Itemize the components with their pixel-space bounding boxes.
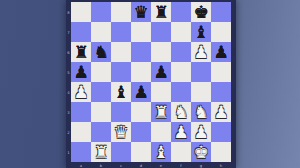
square-h8[interactable] xyxy=(211,2,231,22)
rank-label-2: 2 xyxy=(67,125,71,140)
square-c3[interactable] xyxy=(111,102,131,122)
square-b2[interactable] xyxy=(91,122,111,142)
square-h3[interactable]: ♟ xyxy=(211,102,231,122)
file-labels: abcdefgh xyxy=(71,162,231,168)
white-pawn[interactable]: ♟ xyxy=(191,42,211,62)
square-b6[interactable]: ♞ xyxy=(91,42,111,62)
square-a5[interactable]: ♟ xyxy=(71,62,91,82)
square-d5[interactable] xyxy=(131,62,151,82)
square-h4[interactable] xyxy=(211,82,231,102)
square-f2[interactable]: ♟ xyxy=(171,122,191,142)
square-e6[interactable] xyxy=(151,42,171,62)
square-e4[interactable] xyxy=(151,82,171,102)
white-knight[interactable]: ♞ xyxy=(191,102,211,122)
white-pawn[interactable]: ♟ xyxy=(191,122,211,142)
square-a1[interactable] xyxy=(71,142,91,162)
white-queen[interactable]: ♛ xyxy=(111,122,131,142)
square-f8[interactable] xyxy=(171,2,191,22)
square-a6[interactable]: ♜ xyxy=(71,42,91,62)
square-f1[interactable] xyxy=(171,142,191,162)
square-f6[interactable] xyxy=(171,42,191,62)
file-label-g: g xyxy=(194,163,209,168)
file-label-f: f xyxy=(174,163,189,168)
square-g5[interactable] xyxy=(191,62,211,82)
square-d2[interactable] xyxy=(131,122,151,142)
square-d4[interactable]: ♟ xyxy=(131,82,151,102)
black-bishop[interactable]: ♝ xyxy=(191,22,211,42)
square-c2[interactable]: ♛ xyxy=(111,122,131,142)
square-d1[interactable] xyxy=(131,142,151,162)
white-pawn[interactable]: ♟ xyxy=(71,82,91,102)
square-e2[interactable] xyxy=(151,122,171,142)
square-b1[interactable]: ♜ xyxy=(91,142,111,162)
black-rook[interactable]: ♜ xyxy=(151,2,171,22)
board-frame: 87654321 abcdefgh ♛♜♚♝♜♞♟♟♟♟♟♝♟♜♞♞♟♛♟♟♜♝… xyxy=(66,0,236,168)
square-f4[interactable] xyxy=(171,82,191,102)
square-b7[interactable] xyxy=(91,22,111,42)
square-d6[interactable] xyxy=(131,42,151,62)
square-a7[interactable] xyxy=(71,22,91,42)
square-b4[interactable] xyxy=(91,82,111,102)
square-b3[interactable] xyxy=(91,102,111,122)
square-g1[interactable]: ♚ xyxy=(191,142,211,162)
black-bishop[interactable]: ♝ xyxy=(111,82,131,102)
page-background: 87654321 abcdefgh ♛♜♚♝♜♞♟♟♟♟♟♝♟♜♞♞♟♛♟♟♜♝… xyxy=(0,0,300,168)
square-c6[interactable] xyxy=(111,42,131,62)
white-pawn[interactable]: ♟ xyxy=(171,122,191,142)
square-e3[interactable]: ♜ xyxy=(151,102,171,122)
square-a2[interactable] xyxy=(71,122,91,142)
black-queen[interactable]: ♛ xyxy=(131,2,151,22)
square-f3[interactable]: ♞ xyxy=(171,102,191,122)
square-d7[interactable] xyxy=(131,22,151,42)
black-pawn[interactable]: ♟ xyxy=(151,62,171,82)
black-pawn[interactable]: ♟ xyxy=(211,42,231,62)
white-king[interactable]: ♚ xyxy=(191,142,211,162)
black-knight[interactable]: ♞ xyxy=(91,42,111,62)
black-pawn[interactable]: ♟ xyxy=(131,82,151,102)
square-g8[interactable]: ♚ xyxy=(191,2,211,22)
rank-label-1: 1 xyxy=(67,145,71,160)
file-label-h: h xyxy=(214,163,229,168)
file-label-e: e xyxy=(154,163,169,168)
square-e7[interactable] xyxy=(151,22,171,42)
white-knight[interactable]: ♞ xyxy=(171,102,191,122)
file-label-c: c xyxy=(114,163,129,168)
white-rook[interactable]: ♜ xyxy=(151,102,171,122)
square-a8[interactable] xyxy=(71,2,91,22)
square-e8[interactable]: ♜ xyxy=(151,2,171,22)
white-pawn[interactable]: ♟ xyxy=(211,102,231,122)
square-h6[interactable]: ♟ xyxy=(211,42,231,62)
rank-label-4: 4 xyxy=(67,85,71,100)
square-c7[interactable] xyxy=(111,22,131,42)
square-f7[interactable] xyxy=(171,22,191,42)
square-c1[interactable] xyxy=(111,142,131,162)
square-h2[interactable] xyxy=(211,122,231,142)
rank-label-6: 6 xyxy=(67,45,71,60)
square-a4[interactable]: ♟ xyxy=(71,82,91,102)
square-h5[interactable] xyxy=(211,62,231,82)
square-c8[interactable] xyxy=(111,2,131,22)
rank-label-7: 7 xyxy=(67,25,71,40)
square-c5[interactable] xyxy=(111,62,131,82)
rank-label-8: 8 xyxy=(67,5,71,20)
file-label-a: a xyxy=(74,163,89,168)
square-b5[interactable] xyxy=(91,62,111,82)
square-g7[interactable]: ♝ xyxy=(191,22,211,42)
square-h7[interactable] xyxy=(211,22,231,42)
square-b8[interactable] xyxy=(91,2,111,22)
file-label-b: b xyxy=(94,163,109,168)
chess-board: ♛♜♚♝♜♞♟♟♟♟♟♝♟♜♞♞♟♛♟♟♜♝♚ xyxy=(71,2,231,162)
square-e1[interactable]: ♝ xyxy=(151,142,171,162)
square-d3[interactable] xyxy=(131,102,151,122)
black-rook[interactable]: ♜ xyxy=(71,42,91,62)
square-g3[interactable]: ♞ xyxy=(191,102,211,122)
square-h1[interactable] xyxy=(211,142,231,162)
file-label-d: d xyxy=(134,163,149,168)
square-d8[interactable]: ♛ xyxy=(131,2,151,22)
square-g4[interactable] xyxy=(191,82,211,102)
square-g2[interactable]: ♟ xyxy=(191,122,211,142)
square-f5[interactable] xyxy=(171,62,191,82)
square-c4[interactable]: ♝ xyxy=(111,82,131,102)
rank-label-5: 5 xyxy=(67,65,71,80)
square-g6[interactable]: ♟ xyxy=(191,42,211,62)
black-pawn[interactable]: ♟ xyxy=(71,62,91,82)
rank-label-3: 3 xyxy=(67,105,71,120)
white-rook[interactable]: ♜ xyxy=(91,142,111,162)
black-king[interactable]: ♚ xyxy=(191,2,211,22)
white-bishop[interactable]: ♝ xyxy=(151,142,171,162)
square-a3[interactable] xyxy=(71,102,91,122)
square-e5[interactable]: ♟ xyxy=(151,62,171,82)
